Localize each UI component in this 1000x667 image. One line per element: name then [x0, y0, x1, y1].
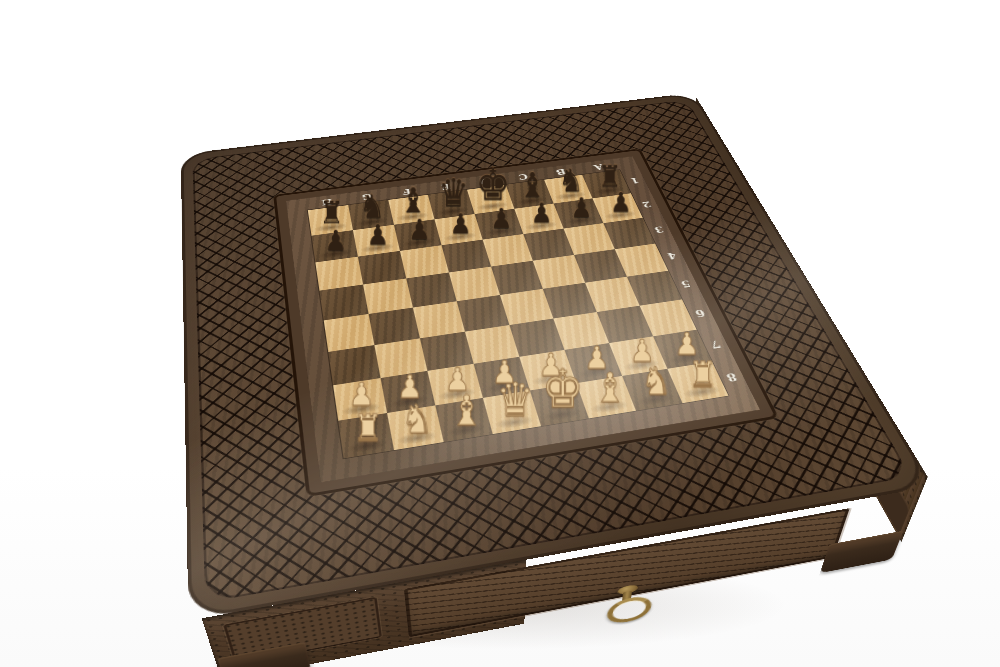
- rank-label-6: 6: [687, 304, 713, 321]
- piece-light-rook-h8[interactable]: ♜: [334, 410, 403, 447]
- file-label-c: C: [512, 170, 533, 183]
- rank-label-5: 5: [673, 276, 698, 292]
- file-label-b: B: [550, 165, 572, 178]
- handle-rosette-icon: [617, 584, 638, 596]
- chess-box: HGFEDCBA 12345678 ♜♞♝♚♛♝♞♜♟♟♟♟♟♟♟♟♟♟♟♟♟♟…: [181, 93, 934, 621]
- pieces-layer: ♜♞♝♚♛♝♞♜♟♟♟♟♟♟♟♟♟♟♟♟♟♟♟♟♜♞♝♚♛♝♞♜: [308, 170, 729, 458]
- file-label-e: E: [435, 180, 456, 193]
- file-label-h: H: [317, 195, 337, 208]
- file-label-g: G: [357, 190, 377, 203]
- photo-background: HGFEDCBA 12345678 ♜♞♝♚♛♝♞♜♟♟♟♟♟♟♟♟♟♟♟♟♟♟…: [0, 0, 1000, 667]
- rank-label-1: 1: [624, 174, 646, 187]
- piece-dark-pawn-h2[interactable]: ♟: [307, 227, 365, 255]
- drawer-handle[interactable]: [599, 581, 653, 628]
- file-label-d: D: [474, 175, 495, 188]
- rank-label-2: 2: [635, 197, 658, 210]
- scene: HGFEDCBA 12345678 ♜♞♝♚♛♝♞♜♟♟♟♟♟♟♟♟♟♟♟♟♟♟…: [0, 0, 1000, 667]
- file-label-f: F: [396, 185, 417, 198]
- handle-stem-icon: [622, 591, 632, 602]
- handle-ring-icon: [604, 595, 655, 625]
